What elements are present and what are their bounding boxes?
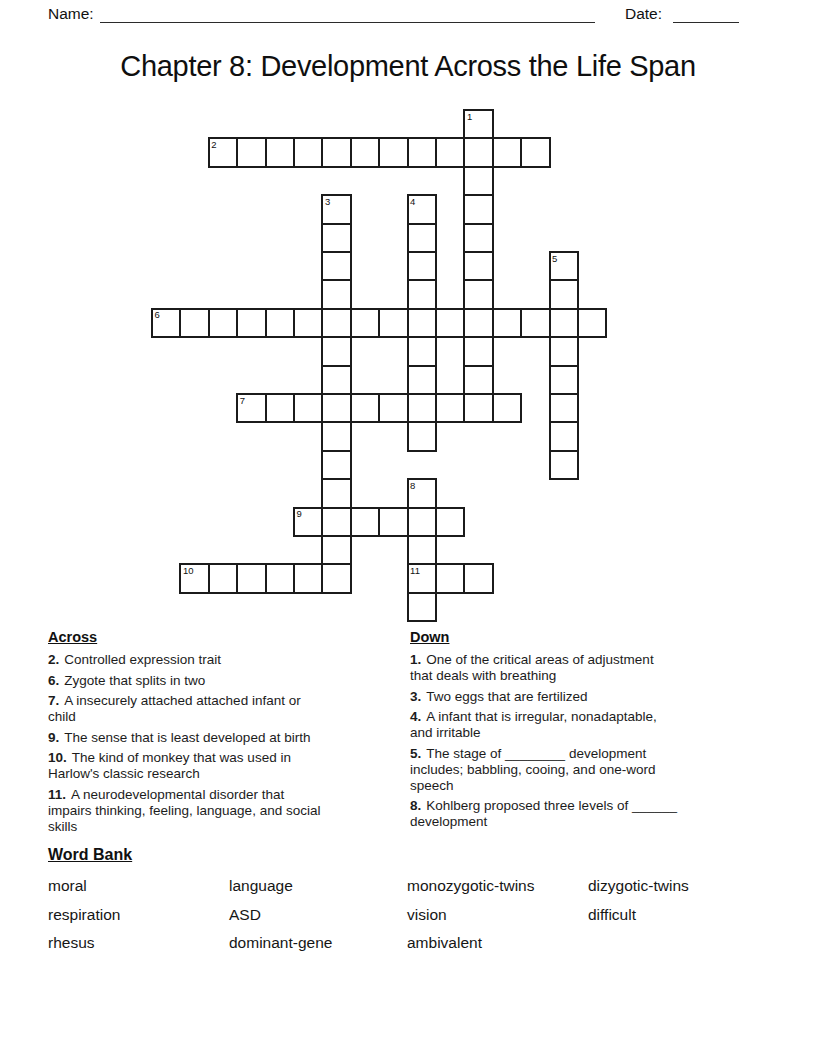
grid-cell[interactable] xyxy=(520,308,550,338)
cell-number: 8 xyxy=(410,481,415,491)
grid-cell[interactable] xyxy=(435,137,465,167)
across-clues: Across 2.Controlled expression trait 6.Z… xyxy=(48,629,404,839)
cell-number: 2 xyxy=(211,140,216,150)
grid-cell[interactable] xyxy=(463,251,493,281)
grid-cell[interactable] xyxy=(236,137,266,167)
grid-cell[interactable] xyxy=(407,279,437,309)
word-bank-item: rhesus xyxy=(48,934,229,952)
grid-cell[interactable] xyxy=(407,137,437,167)
grid-cell[interactable] xyxy=(265,563,295,593)
word-bank-heading: Word Bank xyxy=(48,846,770,864)
grid-cell[interactable] xyxy=(407,223,437,253)
clue-text: A infant that is irregular, nonadaptable… xyxy=(410,709,657,740)
clue-number-label: 6. xyxy=(48,673,59,688)
grid-cell[interactable] xyxy=(293,137,323,167)
name-label: Name: xyxy=(48,5,94,23)
grid-cell[interactable] xyxy=(463,393,493,423)
clue-down-4: 4.A infant that is irregular, nonadaptab… xyxy=(410,709,770,741)
grid-cell[interactable] xyxy=(407,535,437,565)
clue-down-1: 1.One of the critical areas of adjustmen… xyxy=(410,652,770,684)
grid-cell[interactable] xyxy=(463,308,493,338)
crossword-grid: 1234567891011 xyxy=(151,109,609,623)
word-bank-item: moral xyxy=(48,877,229,895)
grid-cell[interactable] xyxy=(549,393,579,423)
clue-across-10: 10.The kind of monkey that was used in H… xyxy=(48,750,404,782)
grid-cell[interactable] xyxy=(293,308,323,338)
clue-text: The stage of ________ development includ… xyxy=(410,746,655,793)
clue-text: Zygote that splits in two xyxy=(64,673,205,688)
grid-cell[interactable] xyxy=(208,308,238,338)
grid-cell[interactable] xyxy=(236,563,266,593)
grid-cell[interactable] xyxy=(208,563,238,593)
grid-cell[interactable] xyxy=(407,421,437,451)
grid-cell[interactable] xyxy=(435,563,465,593)
grid-cell[interactable] xyxy=(492,393,522,423)
cell-number: 6 xyxy=(155,310,160,320)
grid-cell[interactable] xyxy=(520,137,550,167)
grid-cell[interactable] xyxy=(378,393,408,423)
grid-cell[interactable] xyxy=(463,563,493,593)
cell-number: 1 xyxy=(467,112,472,122)
grid-cell[interactable] xyxy=(321,507,351,537)
date-label: Date: xyxy=(625,5,662,23)
grid-cell[interactable] xyxy=(321,478,351,508)
grid-cell[interactable] xyxy=(463,365,493,395)
grid-cell[interactable] xyxy=(463,223,493,253)
clue-number-label: 9. xyxy=(48,730,59,745)
grid-cell[interactable] xyxy=(321,308,351,338)
grid-cell[interactable] xyxy=(321,251,351,281)
word-bank-item: vision xyxy=(407,906,588,924)
cell-number: 9 xyxy=(297,509,302,519)
across-heading: Across xyxy=(48,629,404,645)
clue-number-label: 10. xyxy=(48,750,67,765)
clue-number-label: 3. xyxy=(410,689,421,704)
grid-cell[interactable] xyxy=(577,308,607,338)
word-bank-item: respiration xyxy=(48,906,229,924)
clue-text: Kohlberg proposed three levels of ______… xyxy=(410,798,677,829)
grid-cell[interactable] xyxy=(407,336,437,366)
grid-cell[interactable] xyxy=(321,279,351,309)
clue-down-8: 8.Kohlberg proposed three levels of ____… xyxy=(410,798,770,830)
clue-across-2: 2.Controlled expression trait xyxy=(48,652,404,668)
word-bank-item: dizygotic-twins xyxy=(588,877,770,895)
clue-number-label: 1. xyxy=(410,652,421,667)
clue-text: A insecurely attached attached infant or… xyxy=(48,693,301,724)
clue-number-label: 8. xyxy=(410,798,421,813)
grid-cell[interactable] xyxy=(236,308,266,338)
word-bank-item: difficult xyxy=(588,906,770,924)
grid-cell[interactable] xyxy=(549,450,579,480)
grid-cell[interactable] xyxy=(350,308,380,338)
clue-text: One of the critical areas of adjustment … xyxy=(410,652,654,683)
grid-cell[interactable] xyxy=(407,393,437,423)
clue-across-9: 9.The sense that is least developed at b… xyxy=(48,730,404,746)
grid-cell[interactable] xyxy=(293,563,323,593)
word-bank-item: monozygotic-twins xyxy=(407,877,588,895)
grid-cell[interactable] xyxy=(350,507,380,537)
grid-cell[interactable] xyxy=(350,393,380,423)
grid-cell[interactable] xyxy=(492,308,522,338)
grid-cell[interactable] xyxy=(179,308,209,338)
cell-number: 11 xyxy=(410,566,420,576)
grid-cell[interactable] xyxy=(463,137,493,167)
grid-cell[interactable] xyxy=(549,421,579,451)
clue-across-7: 7.A insecurely attached attached infant … xyxy=(48,693,404,725)
grid-cell[interactable] xyxy=(321,223,351,253)
word-bank-item: language xyxy=(229,877,407,895)
grid-cell[interactable] xyxy=(549,279,579,309)
grid-cell[interactable] xyxy=(265,308,295,338)
cell-number: 3 xyxy=(325,197,330,207)
grid-cell[interactable] xyxy=(321,393,351,423)
grid-cell[interactable] xyxy=(378,308,408,338)
word-bank-section: Word Bank moral language monozygotic-twi… xyxy=(48,846,770,952)
date-line xyxy=(673,22,739,23)
grid-cell[interactable] xyxy=(463,279,493,309)
clue-down-3: 3.Two eggs that are fertilized xyxy=(410,689,770,705)
grid-cell[interactable] xyxy=(321,137,351,167)
grid-cell[interactable] xyxy=(321,563,351,593)
grid-cell[interactable] xyxy=(463,336,493,366)
clue-text: Two eggs that are fertilized xyxy=(426,689,587,704)
grid-cell[interactable] xyxy=(378,507,408,537)
clue-number-label: 7. xyxy=(48,693,59,708)
down-clues: Down 1.One of the critical areas of adju… xyxy=(410,629,770,835)
grid-cell[interactable] xyxy=(321,450,351,480)
clue-text: A neurodevelopmental disorder that impai… xyxy=(48,787,320,834)
grid-cell[interactable] xyxy=(435,507,465,537)
cell-number: 10 xyxy=(183,566,194,576)
grid-cell[interactable] xyxy=(407,592,437,622)
clue-across-11: 11.A neurodevelopmental disorder that im… xyxy=(48,787,404,835)
word-bank-grid: moral language monozygotic-twins dizygot… xyxy=(48,877,770,952)
grid-cell[interactable] xyxy=(549,308,579,338)
cell-number: 5 xyxy=(552,254,557,264)
grid-cell[interactable] xyxy=(407,365,437,395)
grid-cell[interactable] xyxy=(350,137,380,167)
clue-text: Controlled expression trait xyxy=(64,652,221,667)
grid-cell[interactable] xyxy=(463,194,493,224)
grid-cell[interactable] xyxy=(321,365,351,395)
grid-cell[interactable] xyxy=(293,393,323,423)
clue-number-label: 11. xyxy=(48,787,66,802)
clue-text: The sense that is least developed at bir… xyxy=(64,730,310,745)
grid-cell[interactable] xyxy=(435,393,465,423)
down-heading: Down xyxy=(410,629,770,645)
clue-down-5: 5.The stage of ________ development incl… xyxy=(410,746,770,794)
cell-number: 4 xyxy=(410,197,415,207)
name-line xyxy=(100,22,595,23)
grid-cell[interactable] xyxy=(549,365,579,395)
grid-cell[interactable] xyxy=(321,535,351,565)
grid-cell[interactable] xyxy=(321,421,351,451)
grid-cell[interactable] xyxy=(549,336,579,366)
grid-cell[interactable] xyxy=(492,137,522,167)
grid-cell[interactable] xyxy=(265,137,295,167)
cell-number: 7 xyxy=(240,396,245,406)
grid-cell[interactable] xyxy=(321,336,351,366)
grid-cell[interactable] xyxy=(407,507,437,537)
word-bank-item: dominant-gene xyxy=(229,934,407,952)
word-bank-item: ambivalent xyxy=(407,934,588,952)
grid-cell[interactable] xyxy=(265,393,295,423)
page-title: Chapter 8: Development Across the Life S… xyxy=(0,50,816,83)
grid-cell[interactable] xyxy=(463,166,493,196)
clue-number-label: 2. xyxy=(48,652,59,667)
grid-cell[interactable] xyxy=(407,251,437,281)
clue-number-label: 5. xyxy=(410,746,421,761)
clue-number-label: 4. xyxy=(410,709,421,724)
grid-cell[interactable] xyxy=(435,308,465,338)
grid-cell[interactable] xyxy=(378,137,408,167)
clue-across-6: 6.Zygote that splits in two xyxy=(48,673,404,689)
clue-text: The kind of monkey that was used in Harl… xyxy=(48,750,291,781)
word-bank-item: ASD xyxy=(229,906,407,924)
grid-cell[interactable] xyxy=(407,308,437,338)
